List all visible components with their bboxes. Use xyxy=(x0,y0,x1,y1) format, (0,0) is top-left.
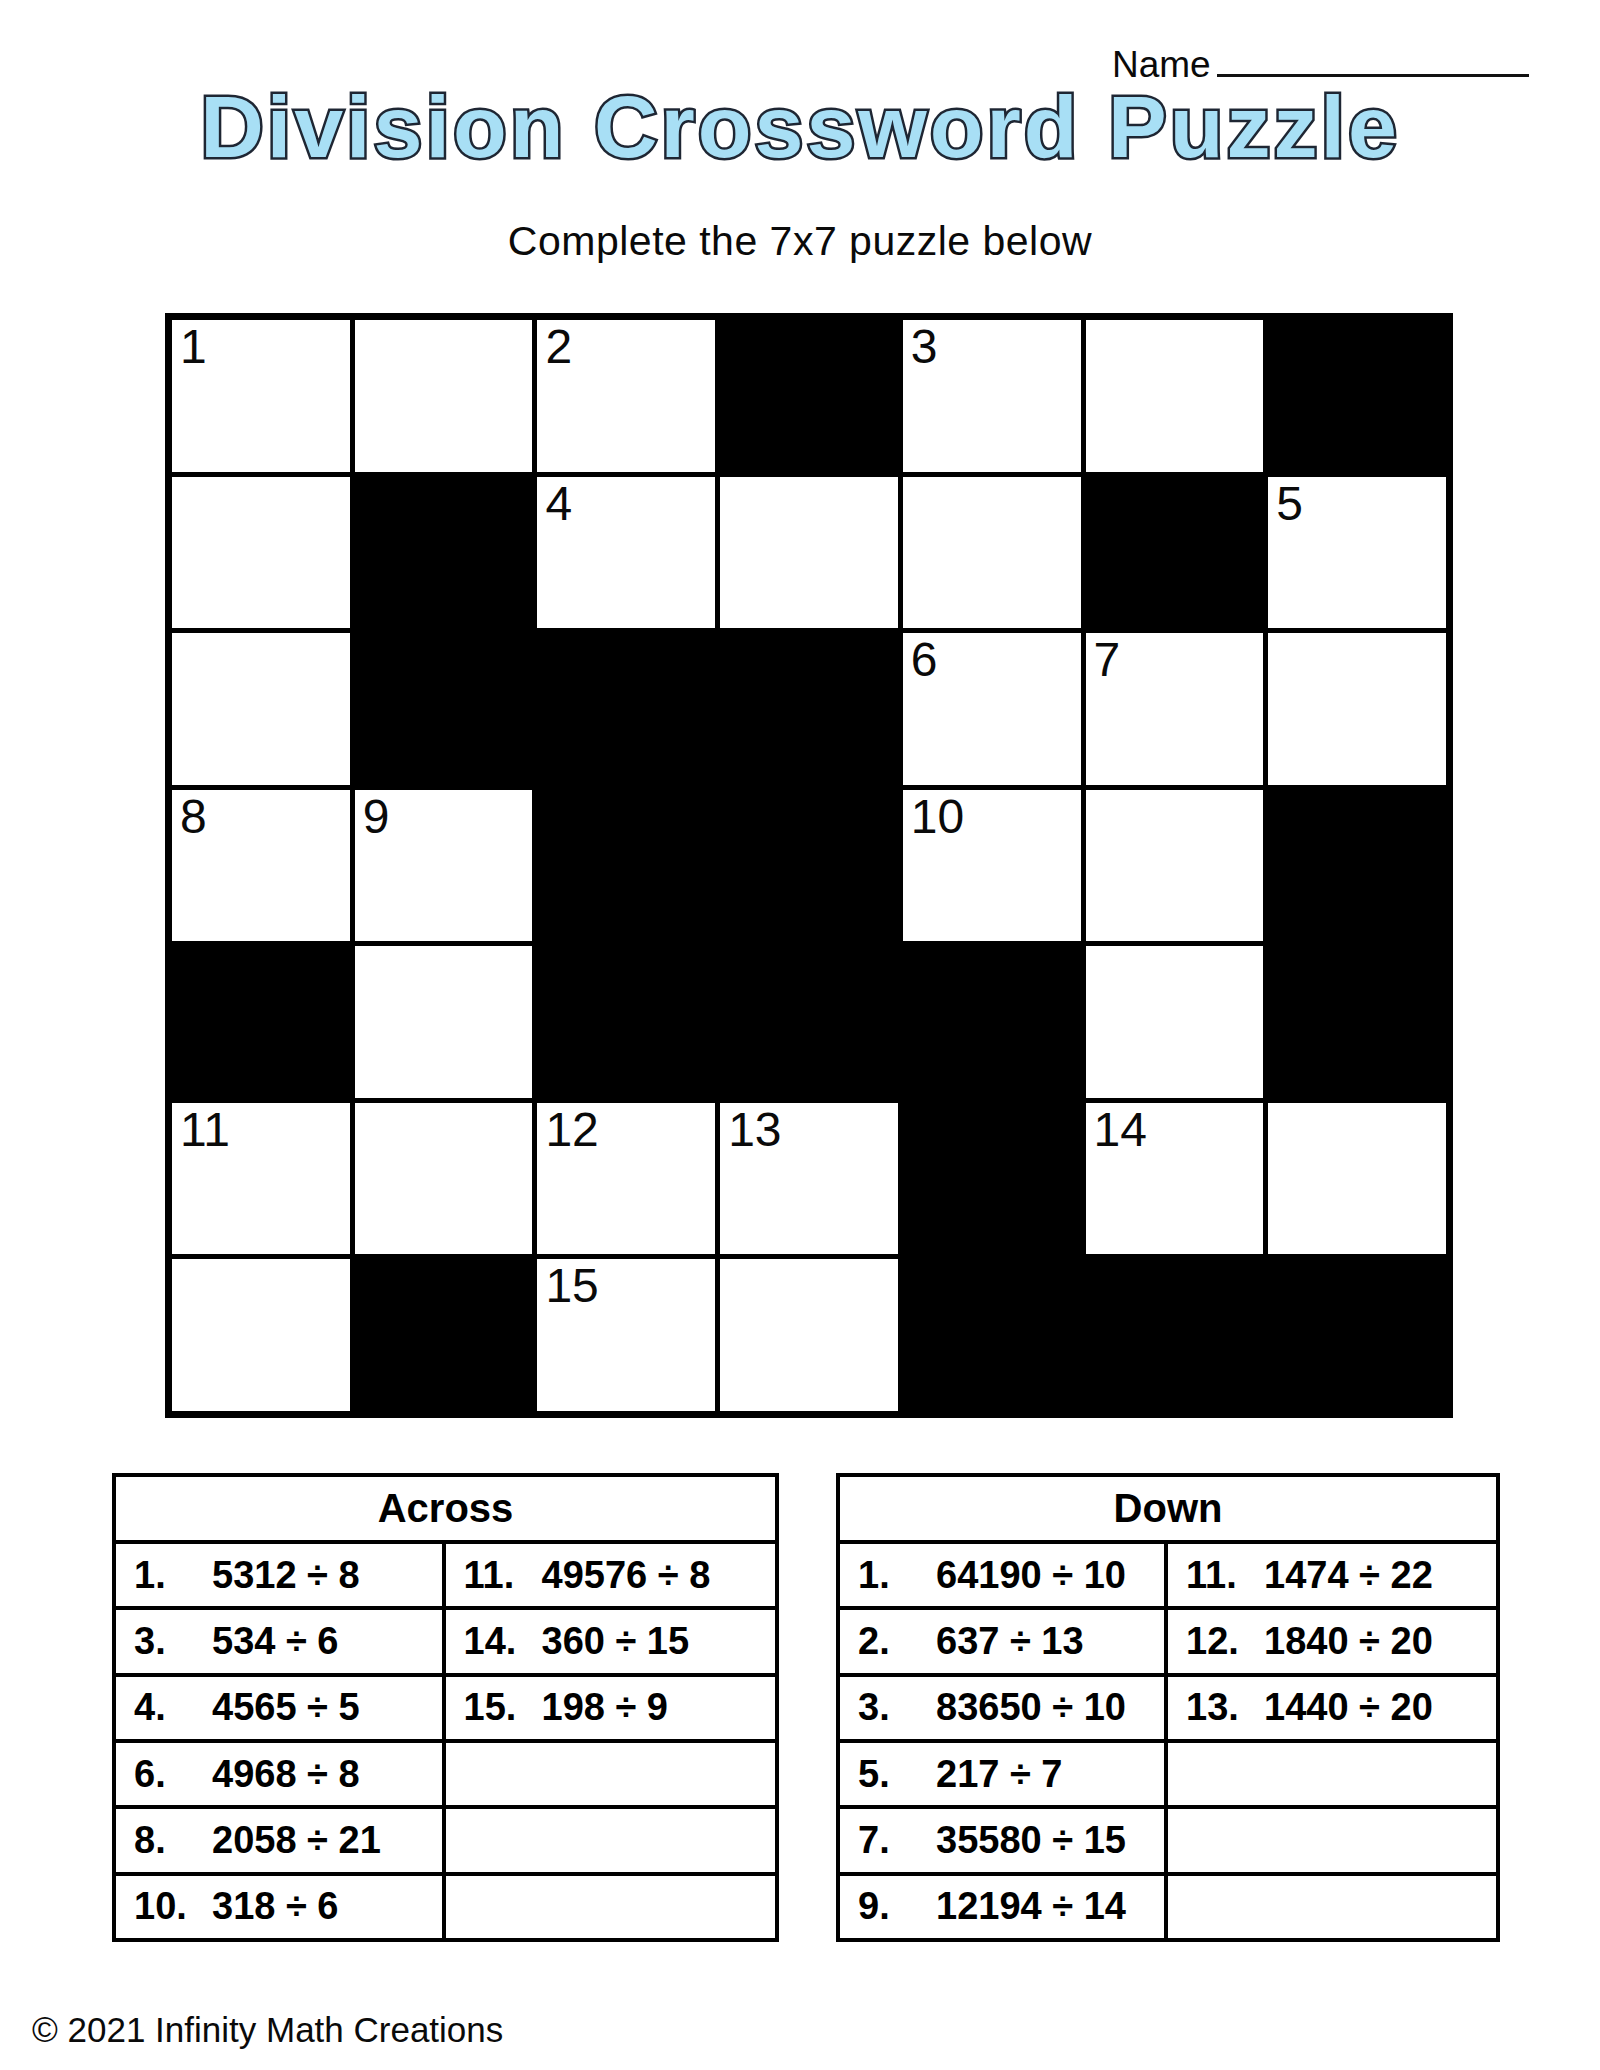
clue-cell: 1.64190 ÷ 10 xyxy=(840,1544,1168,1606)
answer-cell[interactable] xyxy=(355,320,533,472)
empty-clue-cell xyxy=(1168,1809,1496,1871)
cell-clue-number: 15 xyxy=(545,1261,598,1311)
answer-cell[interactable]: 10 xyxy=(903,790,1081,942)
answer-cell[interactable] xyxy=(1268,633,1446,785)
black-cell xyxy=(1268,320,1446,472)
black-cell xyxy=(1268,946,1446,1098)
clue-expression: 637 ÷ 13 xyxy=(936,1620,1084,1663)
black-cell xyxy=(537,946,715,1098)
clue-cell: 3.83650 ÷ 10 xyxy=(840,1677,1168,1739)
black-cell xyxy=(903,946,1081,1098)
cell-clue-number: 2 xyxy=(545,322,572,372)
clue-list-number: 14. xyxy=(446,1620,542,1663)
answer-cell[interactable] xyxy=(172,633,350,785)
clue-expression: 83650 ÷ 10 xyxy=(936,1686,1126,1729)
clue-expression: 360 ÷ 15 xyxy=(542,1620,690,1663)
clue-row: 7.35580 ÷ 15 xyxy=(840,1809,1496,1875)
clue-expression: 217 ÷ 7 xyxy=(936,1753,1063,1796)
black-cell xyxy=(537,633,715,785)
clue-list-number: 6. xyxy=(116,1753,212,1796)
clue-row: 2.637 ÷ 1312.1840 ÷ 20 xyxy=(840,1610,1496,1676)
clue-list-number: 5. xyxy=(840,1753,936,1796)
cell-clue-number: 5 xyxy=(1276,479,1303,529)
clue-cell: 2.637 ÷ 13 xyxy=(840,1610,1168,1672)
cell-clue-number: 8 xyxy=(180,792,207,842)
cell-clue-number: 6 xyxy=(911,635,938,685)
black-cell xyxy=(720,633,898,785)
across-clue-table: Across 1.5312 ÷ 811.49576 ÷ 83.534 ÷ 614… xyxy=(112,1473,779,1942)
empty-clue-cell xyxy=(446,1876,776,1938)
clue-list-number: 4. xyxy=(116,1686,212,1729)
clue-row: 3.83650 ÷ 1013.1440 ÷ 20 xyxy=(840,1677,1496,1743)
clue-row: 6.4968 ÷ 8 xyxy=(116,1743,775,1809)
clue-list-number: 7. xyxy=(840,1819,936,1862)
clue-expression: 2058 ÷ 21 xyxy=(212,1819,381,1862)
clue-list-number: 3. xyxy=(116,1620,212,1663)
clue-cell: 11.49576 ÷ 8 xyxy=(446,1544,776,1606)
clue-cell: 15.198 ÷ 9 xyxy=(446,1677,776,1739)
clue-cell: 10.318 ÷ 6 xyxy=(116,1876,446,1938)
clue-row: 4.4565 ÷ 515.198 ÷ 9 xyxy=(116,1677,775,1743)
black-cell xyxy=(1268,1259,1446,1411)
black-cell xyxy=(1268,790,1446,942)
clue-cell: 14.360 ÷ 15 xyxy=(446,1610,776,1672)
clue-list-number: 13. xyxy=(1168,1686,1264,1729)
clue-cell: 8.2058 ÷ 21 xyxy=(116,1809,446,1871)
answer-cell[interactable]: 11 xyxy=(172,1103,350,1255)
answer-cell[interactable]: 3 xyxy=(903,320,1081,472)
black-cell xyxy=(1086,1259,1264,1411)
answer-cell[interactable]: 14 xyxy=(1086,1103,1264,1255)
black-cell xyxy=(720,790,898,942)
down-clue-table: Down 1.64190 ÷ 1011.1474 ÷ 222.637 ÷ 131… xyxy=(836,1473,1500,1942)
page-subtitle: Complete the 7x7 puzzle below xyxy=(0,218,1600,265)
clue-expression: 12194 ÷ 14 xyxy=(936,1885,1126,1928)
empty-clue-cell xyxy=(446,1743,776,1805)
across-table-body: 1.5312 ÷ 811.49576 ÷ 83.534 ÷ 614.360 ÷ … xyxy=(116,1544,775,1938)
cell-clue-number: 9 xyxy=(363,792,390,842)
copyright-text: © 2021 Infinity Math Creations xyxy=(32,2010,503,2050)
clue-expression: 49576 ÷ 8 xyxy=(542,1554,711,1597)
answer-cell[interactable] xyxy=(1086,320,1264,472)
cell-clue-number: 13 xyxy=(728,1105,781,1155)
clue-cell: 1.5312 ÷ 8 xyxy=(116,1544,446,1606)
clue-expression: 534 ÷ 6 xyxy=(212,1620,339,1663)
answer-cell[interactable]: 4 xyxy=(537,477,715,629)
clue-expression: 1440 ÷ 20 xyxy=(1264,1686,1433,1729)
down-table-body: 1.64190 ÷ 1011.1474 ÷ 222.637 ÷ 1312.184… xyxy=(840,1544,1496,1938)
answer-cell[interactable] xyxy=(1086,946,1264,1098)
answer-cell[interactable]: 12 xyxy=(537,1103,715,1255)
page-title: Division Crossword Puzzle xyxy=(0,76,1600,178)
crossword-grid: 123456789101112131415 xyxy=(165,313,1453,1418)
clue-list-number: 12. xyxy=(1168,1620,1264,1663)
clue-list-number: 8. xyxy=(116,1819,212,1862)
clue-list-number: 15. xyxy=(446,1686,542,1729)
clue-row: 1.5312 ÷ 811.49576 ÷ 8 xyxy=(116,1544,775,1610)
answer-cell[interactable] xyxy=(172,1259,350,1411)
clue-list-number: 11. xyxy=(1168,1554,1264,1597)
clue-cell: 3.534 ÷ 6 xyxy=(116,1610,446,1672)
answer-cell[interactable]: 9 xyxy=(355,790,533,942)
empty-clue-cell xyxy=(1168,1743,1496,1805)
clue-row: 8.2058 ÷ 21 xyxy=(116,1809,775,1875)
answer-cell[interactable]: 2 xyxy=(537,320,715,472)
empty-clue-cell xyxy=(446,1809,776,1871)
empty-clue-cell xyxy=(1168,1876,1496,1938)
cell-clue-number: 3 xyxy=(911,322,938,372)
answer-cell[interactable] xyxy=(355,1103,533,1255)
black-cell xyxy=(355,1259,533,1411)
answer-cell[interactable]: 6 xyxy=(903,633,1081,785)
answer-cell[interactable] xyxy=(720,1259,898,1411)
answer-cell[interactable] xyxy=(355,946,533,1098)
answer-cell[interactable]: 5 xyxy=(1268,477,1446,629)
answer-cell[interactable] xyxy=(172,477,350,629)
clue-list-number: 3. xyxy=(840,1686,936,1729)
clue-expression: 64190 ÷ 10 xyxy=(936,1554,1126,1597)
across-table-title: Across xyxy=(116,1477,775,1544)
clue-expression: 318 ÷ 6 xyxy=(212,1885,339,1928)
clue-cell: 13.1440 ÷ 20 xyxy=(1168,1677,1496,1739)
down-table-title: Down xyxy=(840,1477,1496,1544)
black-cell xyxy=(720,946,898,1098)
cell-clue-number: 14 xyxy=(1094,1105,1147,1155)
cell-clue-number: 12 xyxy=(545,1105,598,1155)
black-cell xyxy=(172,946,350,1098)
cell-clue-number: 7 xyxy=(1094,635,1121,685)
clue-expression: 4968 ÷ 8 xyxy=(212,1753,360,1796)
answer-cell[interactable] xyxy=(1086,790,1264,942)
answer-cell[interactable]: 15 xyxy=(537,1259,715,1411)
clue-list-number: 9. xyxy=(840,1885,936,1928)
answer-cell[interactable]: 13 xyxy=(720,1103,898,1255)
cell-clue-number: 11 xyxy=(180,1105,230,1155)
black-cell xyxy=(903,1103,1081,1255)
clue-cell: 11.1474 ÷ 22 xyxy=(1168,1544,1496,1606)
clue-row: 1.64190 ÷ 1011.1474 ÷ 22 xyxy=(840,1544,1496,1610)
clue-list-number: 1. xyxy=(116,1554,212,1597)
clue-expression: 35580 ÷ 15 xyxy=(936,1819,1126,1862)
black-cell xyxy=(537,790,715,942)
clue-list-number: 1. xyxy=(840,1554,936,1597)
clue-list-number: 11. xyxy=(446,1554,542,1597)
clue-row: 10.318 ÷ 6 xyxy=(116,1876,775,1938)
clue-expression: 1840 ÷ 20 xyxy=(1264,1620,1433,1663)
clue-row: 9.12194 ÷ 14 xyxy=(840,1876,1496,1938)
clue-expression: 4565 ÷ 5 xyxy=(212,1686,360,1729)
answer-cell[interactable]: 1 xyxy=(172,320,350,472)
name-input-line[interactable] xyxy=(1217,40,1529,77)
black-cell xyxy=(355,477,533,629)
clue-list-number: 2. xyxy=(840,1620,936,1663)
clue-expression: 1474 ÷ 22 xyxy=(1264,1554,1433,1597)
clue-list-number: 10. xyxy=(116,1885,212,1928)
cell-clue-number: 10 xyxy=(911,792,964,842)
answer-cell[interactable] xyxy=(720,477,898,629)
cell-clue-number: 4 xyxy=(545,479,572,529)
clue-expression: 198 ÷ 9 xyxy=(542,1686,669,1729)
black-cell xyxy=(903,1259,1081,1411)
clue-expression: 5312 ÷ 8 xyxy=(212,1554,360,1597)
cell-clue-number: 1 xyxy=(180,322,207,372)
answer-cell[interactable]: 7 xyxy=(1086,633,1264,785)
answer-cell[interactable] xyxy=(903,477,1081,629)
clue-cell: 9.12194 ÷ 14 xyxy=(840,1876,1168,1938)
clue-cell: 12.1840 ÷ 20 xyxy=(1168,1610,1496,1672)
clue-row: 3.534 ÷ 614.360 ÷ 15 xyxy=(116,1610,775,1676)
clue-cell: 7.35580 ÷ 15 xyxy=(840,1809,1168,1871)
black-cell xyxy=(355,633,533,785)
answer-cell[interactable]: 8 xyxy=(172,790,350,942)
black-cell xyxy=(720,320,898,472)
clue-row: 5.217 ÷ 7 xyxy=(840,1743,1496,1809)
clue-cell: 6.4968 ÷ 8 xyxy=(116,1743,446,1805)
black-cell xyxy=(1086,477,1264,629)
answer-cell[interactable] xyxy=(1268,1103,1446,1255)
clue-cell: 4.4565 ÷ 5 xyxy=(116,1677,446,1739)
clue-cell: 5.217 ÷ 7 xyxy=(840,1743,1168,1805)
